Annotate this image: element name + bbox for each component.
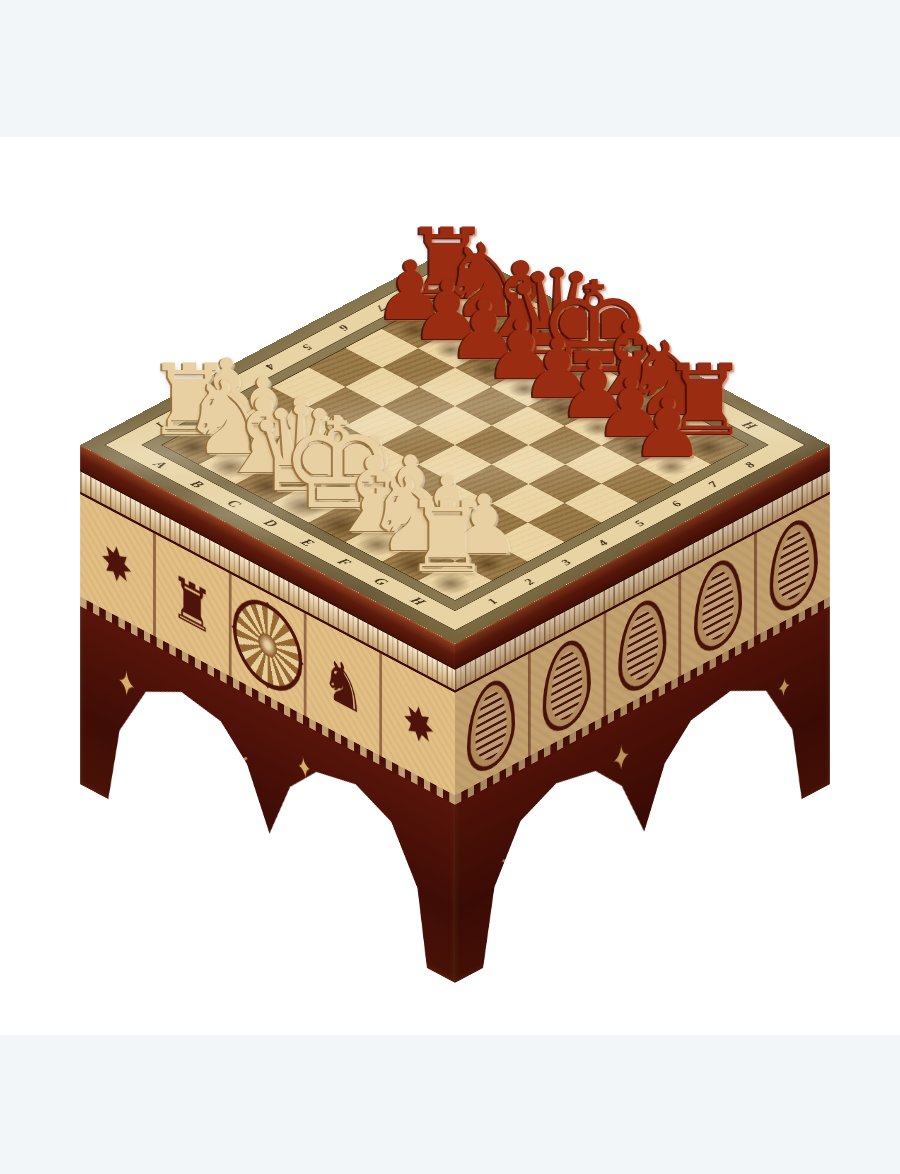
knight-icon: ♞ — [322, 645, 365, 726]
top-gray-band — [0, 0, 900, 137]
arch-lattice-icon — [618, 589, 666, 701]
chess-set-photo: ABCDEFGH ABCDEFGH 87654321 87654321 ✸♜♞✸… — [0, 137, 900, 1035]
carved-wave-line — [657, 676, 789, 828]
arch-lattice-icon — [467, 669, 515, 781]
white-rook-glyph: ♜ — [367, 488, 527, 586]
sparkle-star-icon: ✦ — [118, 662, 136, 706]
star-icon: ✸ — [101, 533, 133, 596]
rook-icon: ♜ — [171, 565, 214, 646]
sparkle-star-icon: ✦ — [190, 764, 211, 802]
red-pawn-glyph: ♟ — [588, 387, 748, 469]
carved-wave-line — [488, 773, 621, 879]
sparkle-star-icon: ✦ — [612, 737, 630, 781]
sparkle-star-icon: ✦ — [513, 828, 534, 867]
star-icon: ✸ — [403, 693, 435, 756]
bottom-gray-band — [0, 1035, 900, 1174]
arch-lattice-icon — [769, 509, 817, 621]
carved-wave-line — [271, 748, 403, 900]
sparkle-star-icon: ✦ — [378, 844, 398, 885]
arch-lattice-icon — [694, 549, 742, 661]
chess-board-3d: ABCDEFGH ABCDEFGH 87654321 87654321 ✸♜♞✸… — [80, 246, 830, 643]
product-photo-page: ABCDEFGH ABCDEFGH 87654321 87654321 ✸♜♞✸… — [0, 0, 900, 1174]
sparkle-star-icon: ✦ — [700, 752, 720, 790]
arch-lattice-icon — [543, 629, 591, 741]
